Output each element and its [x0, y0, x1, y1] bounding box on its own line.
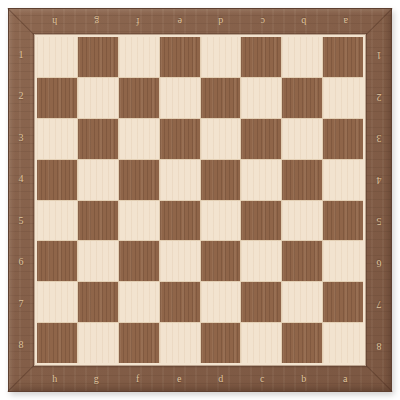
square-b1[interactable] [282, 37, 322, 77]
square-c8[interactable] [241, 323, 281, 363]
square-e3[interactable] [160, 119, 200, 159]
rank-label-left-2: 2 [8, 76, 34, 118]
frame-miter-top-left [7, 8, 34, 35]
rank-label-left-1: 1 [8, 34, 34, 76]
file-label-top-b: b [283, 8, 325, 34]
frame-miter-bottom-right [366, 365, 393, 392]
rank-label-left-8: 8 [8, 325, 34, 367]
file-label-bottom-h: h [34, 366, 76, 392]
file-label-top-g: g [76, 8, 118, 34]
square-g2[interactable] [78, 78, 118, 118]
square-c5[interactable] [241, 201, 281, 241]
square-d1[interactable] [201, 37, 241, 77]
rank-labels-right: 12345678 [366, 34, 392, 366]
square-a8[interactable] [323, 323, 363, 363]
file-label-top-a: a [325, 8, 367, 34]
rank-label-left-3: 3 [8, 117, 34, 159]
rank-label-right-2: 2 [366, 76, 392, 118]
square-g3[interactable] [78, 119, 118, 159]
file-label-top-d: d [200, 8, 242, 34]
square-f8[interactable] [119, 323, 159, 363]
square-a1[interactable] [323, 37, 363, 77]
square-c6[interactable] [241, 241, 281, 281]
file-label-bottom-d: d [200, 366, 242, 392]
file-label-bottom-c: c [242, 366, 284, 392]
square-b4[interactable] [282, 160, 322, 200]
rank-label-right-3: 3 [366, 117, 392, 159]
square-b6[interactable] [282, 241, 322, 281]
square-b3[interactable] [282, 119, 322, 159]
square-a4[interactable] [323, 160, 363, 200]
frame-miter-top-right [366, 8, 393, 35]
chess-board: hgfedcba hgfedcba 12345678 12345678 [8, 8, 392, 392]
square-f5[interactable] [119, 201, 159, 241]
square-f2[interactable] [119, 78, 159, 118]
square-h2[interactable] [37, 78, 77, 118]
square-d6[interactable] [201, 241, 241, 281]
rank-label-right-1: 1 [366, 34, 392, 76]
square-f7[interactable] [119, 282, 159, 322]
square-g8[interactable] [78, 323, 118, 363]
file-label-bottom-g: g [76, 366, 118, 392]
square-a2[interactable] [323, 78, 363, 118]
rank-label-right-7: 7 [366, 283, 392, 325]
rank-label-right-4: 4 [366, 159, 392, 201]
rank-label-left-6: 6 [8, 242, 34, 284]
square-e5[interactable] [160, 201, 200, 241]
rank-label-right-6: 6 [366, 242, 392, 284]
square-e6[interactable] [160, 241, 200, 281]
square-b8[interactable] [282, 323, 322, 363]
square-c4[interactable] [241, 160, 281, 200]
square-g5[interactable] [78, 201, 118, 241]
square-b2[interactable] [282, 78, 322, 118]
file-label-top-e: e [159, 8, 201, 34]
rank-label-right-8: 8 [366, 325, 392, 367]
square-h1[interactable] [37, 37, 77, 77]
square-d2[interactable] [201, 78, 241, 118]
square-g4[interactable] [78, 160, 118, 200]
square-a5[interactable] [323, 201, 363, 241]
file-label-bottom-a: a [325, 366, 367, 392]
square-c2[interactable] [241, 78, 281, 118]
square-c3[interactable] [241, 119, 281, 159]
rank-label-left-5: 5 [8, 200, 34, 242]
square-h7[interactable] [37, 282, 77, 322]
square-f4[interactable] [119, 160, 159, 200]
board-photo: hgfedcba hgfedcba 12345678 12345678 [0, 0, 400, 400]
square-b7[interactable] [282, 282, 322, 322]
squares-grid [37, 37, 363, 363]
square-g1[interactable] [78, 37, 118, 77]
square-e7[interactable] [160, 282, 200, 322]
square-h8[interactable] [37, 323, 77, 363]
square-f1[interactable] [119, 37, 159, 77]
square-f3[interactable] [119, 119, 159, 159]
rank-labels-left: 12345678 [8, 34, 34, 366]
square-e4[interactable] [160, 160, 200, 200]
square-c1[interactable] [241, 37, 281, 77]
file-label-top-h: h [34, 8, 76, 34]
rank-label-right-5: 5 [366, 200, 392, 242]
square-b5[interactable] [282, 201, 322, 241]
square-d5[interactable] [201, 201, 241, 241]
square-h6[interactable] [37, 241, 77, 281]
square-h3[interactable] [37, 119, 77, 159]
square-h4[interactable] [37, 160, 77, 200]
file-label-bottom-f: f [117, 366, 159, 392]
square-e2[interactable] [160, 78, 200, 118]
file-label-bottom-e: e [159, 366, 201, 392]
square-a7[interactable] [323, 282, 363, 322]
square-d8[interactable] [201, 323, 241, 363]
file-label-top-f: f [117, 8, 159, 34]
square-d3[interactable] [201, 119, 241, 159]
square-a3[interactable] [323, 119, 363, 159]
file-labels-top: hgfedcba [34, 8, 366, 34]
frame-miter-bottom-left [7, 365, 34, 392]
square-d4[interactable] [201, 160, 241, 200]
square-f6[interactable] [119, 241, 159, 281]
square-e1[interactable] [160, 37, 200, 77]
rank-label-left-4: 4 [8, 159, 34, 201]
square-a6[interactable] [323, 241, 363, 281]
file-label-top-c: c [242, 8, 284, 34]
square-c7[interactable] [241, 282, 281, 322]
playing-field [34, 34, 366, 366]
file-labels-bottom: hgfedcba [34, 366, 366, 392]
square-e8[interactable] [160, 323, 200, 363]
square-g7[interactable] [78, 282, 118, 322]
square-d7[interactable] [201, 282, 241, 322]
square-g6[interactable] [78, 241, 118, 281]
file-label-bottom-b: b [283, 366, 325, 392]
square-h5[interactable] [37, 201, 77, 241]
rank-label-left-7: 7 [8, 283, 34, 325]
